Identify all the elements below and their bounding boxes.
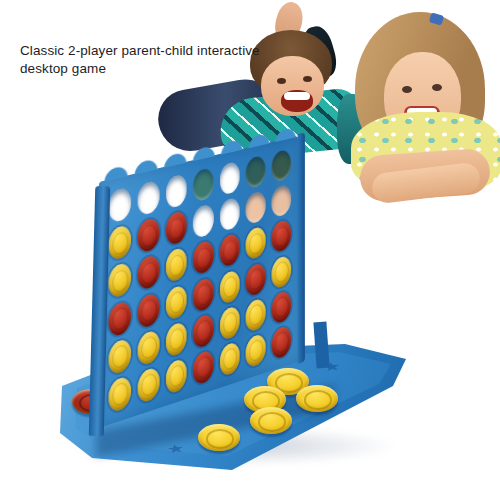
yellow-disc — [246, 226, 266, 261]
red-disc — [271, 325, 291, 361]
caption-line-1: Classic 2-player parent-child interactiv… — [20, 42, 260, 60]
yellow-disc — [138, 366, 160, 404]
boy-left-eye — [277, 78, 286, 84]
yellow-disc — [220, 341, 240, 378]
red-disc — [220, 233, 240, 269]
yellow-tray-disc — [198, 424, 240, 451]
caption: Classic 2-player parent-child interactiv… — [20, 42, 260, 78]
yellow-disc — [246, 297, 266, 333]
yellow-disc — [166, 357, 187, 395]
red-disc — [138, 291, 160, 329]
yellow-disc — [220, 305, 240, 342]
yellow-disc — [166, 320, 187, 358]
yellow-disc — [220, 269, 240, 305]
yellow-disc — [109, 375, 131, 414]
product-photo-scene: Classic 2-player parent-child interactiv… — [0, 0, 500, 500]
red-disc — [193, 240, 214, 276]
board-right-edge — [298, 132, 305, 363]
empty-hole — [220, 161, 240, 196]
empty-hole — [271, 184, 291, 219]
red-disc — [193, 312, 214, 349]
caption-line-2: desktop game — [20, 60, 260, 78]
yellow-tray-disc — [250, 407, 292, 434]
empty-hole — [193, 203, 214, 239]
empty-hole — [193, 167, 214, 203]
yellow-disc — [109, 262, 131, 300]
girl-left-eye — [402, 86, 412, 93]
empty-hole — [220, 197, 240, 233]
empty-hole — [246, 155, 266, 190]
yellow-disc — [166, 247, 187, 284]
yellow-disc — [271, 254, 291, 289]
red-disc — [193, 349, 214, 386]
red-disc — [246, 261, 266, 297]
board-right-support — [313, 322, 329, 369]
boy-right-eye — [303, 76, 312, 82]
star-emboss-icon: ★ — [164, 442, 186, 455]
red-disc — [138, 217, 160, 254]
boy-laughing-mouth — [281, 90, 313, 112]
empty-hole — [166, 173, 187, 209]
red-disc — [138, 254, 160, 291]
red-disc — [271, 289, 291, 325]
red-disc — [193, 276, 214, 313]
yellow-disc — [109, 224, 131, 262]
girl-right-eye — [432, 84, 442, 91]
empty-hole — [138, 180, 160, 217]
red-disc — [271, 219, 291, 254]
red-disc — [109, 299, 131, 337]
red-disc — [166, 210, 187, 247]
empty-hole — [109, 186, 131, 223]
empty-hole — [246, 190, 266, 225]
yellow-disc — [109, 337, 131, 376]
empty-hole — [271, 149, 291, 183]
yellow-disc — [166, 284, 187, 321]
yellow-disc — [246, 332, 266, 368]
yellow-disc — [138, 329, 160, 367]
yellow-tray-disc — [296, 385, 338, 412]
